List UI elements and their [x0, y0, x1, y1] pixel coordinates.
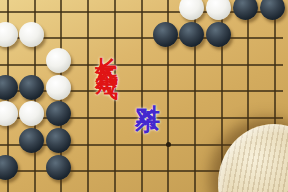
black-stone[interactable]: [19, 128, 44, 153]
white-stone[interactable]: [0, 101, 18, 126]
black-stone[interactable]: [46, 128, 71, 153]
white-stone[interactable]: [46, 75, 71, 100]
grid-line-vertical: [141, 0, 143, 192]
go-bowl: [218, 124, 288, 192]
black-stone[interactable]: [46, 101, 71, 126]
annotation-red-vertical: 长气杀短气: [95, 38, 118, 63]
black-stone[interactable]: [153, 22, 178, 47]
white-stone[interactable]: [179, 0, 204, 20]
star-point: [166, 142, 171, 147]
black-stone[interactable]: [0, 155, 18, 180]
black-stone[interactable]: [206, 22, 231, 47]
white-stone[interactable]: [19, 22, 44, 47]
black-stone[interactable]: [260, 0, 285, 20]
white-stone[interactable]: [206, 0, 231, 20]
black-stone[interactable]: [0, 75, 18, 100]
white-stone[interactable]: [0, 22, 18, 47]
black-stone[interactable]: [19, 75, 44, 100]
black-stone[interactable]: [179, 22, 204, 47]
go-board-photo: 长气杀短气 对杀: [0, 0, 288, 192]
black-stone[interactable]: [233, 0, 258, 20]
white-stone[interactable]: [46, 48, 71, 73]
grid-line-vertical: [114, 0, 116, 192]
grid-line-horizontal: [0, 64, 283, 66]
black-stone[interactable]: [46, 155, 71, 180]
annotation-blue-vertical: 对杀: [135, 84, 160, 92]
white-stone[interactable]: [19, 101, 44, 126]
grid-line-vertical: [87, 0, 89, 192]
